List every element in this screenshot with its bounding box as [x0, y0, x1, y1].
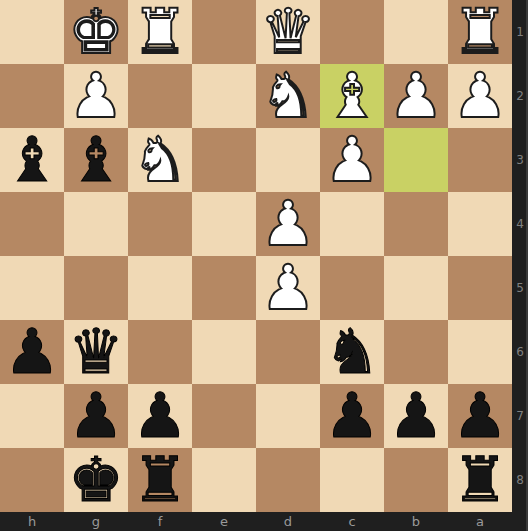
rank-label-1: 1: [512, 0, 528, 64]
square-e8[interactable]: [192, 448, 256, 512]
square-c6[interactable]: ♞: [320, 320, 384, 384]
black-pawn[interactable]: ♟: [132, 384, 188, 448]
black-queen[interactable]: ♛: [68, 320, 124, 384]
square-e7[interactable]: [192, 384, 256, 448]
file-label-d: d: [256, 512, 320, 531]
square-h7[interactable]: [0, 384, 64, 448]
square-c5[interactable]: [320, 256, 384, 320]
square-b4[interactable]: [384, 192, 448, 256]
board-frame: ♚♜♛♜♟♞♝♟♟♝♝♞♟♟♟♟♛♞♟♟♟♟♟♚♜♜ 12345678 hgfe…: [0, 0, 528, 531]
square-h1[interactable]: [0, 0, 64, 64]
square-b3[interactable]: [384, 128, 448, 192]
square-b7[interactable]: ♟: [384, 384, 448, 448]
black-pawn[interactable]: ♟: [388, 384, 444, 448]
square-c1[interactable]: [320, 0, 384, 64]
square-a1[interactable]: ♜: [448, 0, 512, 64]
square-e3[interactable]: [192, 128, 256, 192]
rank-coordinates: 12345678: [512, 0, 528, 512]
square-b6[interactable]: [384, 320, 448, 384]
square-h5[interactable]: [0, 256, 64, 320]
black-rook[interactable]: ♜: [132, 448, 188, 512]
square-c8[interactable]: [320, 448, 384, 512]
square-b1[interactable]: [384, 0, 448, 64]
square-e4[interactable]: [192, 192, 256, 256]
square-g3[interactable]: ♝: [64, 128, 128, 192]
square-a6[interactable]: [448, 320, 512, 384]
square-f2[interactable]: [128, 64, 192, 128]
square-g7[interactable]: ♟: [64, 384, 128, 448]
square-g8[interactable]: ♚: [64, 448, 128, 512]
square-h3[interactable]: ♝: [0, 128, 64, 192]
white-queen[interactable]: ♛: [260, 0, 316, 64]
square-e1[interactable]: [192, 0, 256, 64]
black-rook[interactable]: ♜: [452, 448, 508, 512]
black-bishop[interactable]: ♝: [4, 128, 60, 192]
square-f6[interactable]: [128, 320, 192, 384]
square-d1[interactable]: ♛: [256, 0, 320, 64]
square-f3[interactable]: ♞: [128, 128, 192, 192]
square-d8[interactable]: [256, 448, 320, 512]
white-pawn[interactable]: ♟: [68, 64, 124, 128]
square-g5[interactable]: [64, 256, 128, 320]
square-a8[interactable]: ♜: [448, 448, 512, 512]
square-f5[interactable]: [128, 256, 192, 320]
square-d3[interactable]: [256, 128, 320, 192]
square-a2[interactable]: ♟: [448, 64, 512, 128]
square-g4[interactable]: [64, 192, 128, 256]
square-h6[interactable]: ♟: [0, 320, 64, 384]
square-c4[interactable]: [320, 192, 384, 256]
square-d6[interactable]: [256, 320, 320, 384]
rank-label-5: 5: [512, 256, 528, 320]
white-pawn[interactable]: ♟: [452, 64, 508, 128]
square-f1[interactable]: ♜: [128, 0, 192, 64]
white-king[interactable]: ♚: [68, 0, 124, 64]
rank-label-4: 4: [512, 192, 528, 256]
square-d7[interactable]: [256, 384, 320, 448]
square-d4[interactable]: ♟: [256, 192, 320, 256]
square-e2[interactable]: [192, 64, 256, 128]
square-d5[interactable]: ♟: [256, 256, 320, 320]
white-pawn[interactable]: ♟: [324, 128, 380, 192]
file-label-b: b: [384, 512, 448, 531]
square-g2[interactable]: ♟: [64, 64, 128, 128]
square-c7[interactable]: ♟: [320, 384, 384, 448]
white-pawn[interactable]: ♟: [260, 192, 316, 256]
black-king[interactable]: ♚: [68, 448, 124, 512]
black-pawn[interactable]: ♟: [324, 384, 380, 448]
rank-label-7: 7: [512, 384, 528, 448]
square-a3[interactable]: [448, 128, 512, 192]
white-rook[interactable]: ♜: [452, 0, 508, 64]
file-label-g: g: [64, 512, 128, 531]
square-b2[interactable]: ♟: [384, 64, 448, 128]
square-a5[interactable]: [448, 256, 512, 320]
square-c3[interactable]: ♟: [320, 128, 384, 192]
rank-label-6: 6: [512, 320, 528, 384]
square-e5[interactable]: [192, 256, 256, 320]
file-label-c: c: [320, 512, 384, 531]
file-label-a: a: [448, 512, 512, 531]
rank-label-8: 8: [512, 448, 528, 512]
square-f8[interactable]: ♜: [128, 448, 192, 512]
black-bishop[interactable]: ♝: [68, 128, 124, 192]
square-d2[interactable]: ♞: [256, 64, 320, 128]
file-label-f: f: [128, 512, 192, 531]
black-knight[interactable]: ♞: [324, 320, 380, 384]
square-f7[interactable]: ♟: [128, 384, 192, 448]
chess-board: ♚♜♛♜♟♞♝♟♟♝♝♞♟♟♟♟♛♞♟♟♟♟♟♚♜♜: [0, 0, 512, 512]
black-pawn[interactable]: ♟: [4, 320, 60, 384]
black-pawn[interactable]: ♟: [68, 384, 124, 448]
file-label-h: h: [0, 512, 64, 531]
square-h4[interactable]: [0, 192, 64, 256]
white-knight[interactable]: ♞: [132, 128, 188, 192]
white-pawn[interactable]: ♟: [388, 64, 444, 128]
square-a4[interactable]: [448, 192, 512, 256]
white-rook[interactable]: ♜: [132, 0, 188, 64]
square-h8[interactable]: [0, 448, 64, 512]
frame-corner: [512, 512, 528, 531]
square-g1[interactable]: ♚: [64, 0, 128, 64]
file-coordinates: hgfedcba: [0, 512, 512, 531]
square-b5[interactable]: [384, 256, 448, 320]
square-e6[interactable]: [192, 320, 256, 384]
square-b8[interactable]: [384, 448, 448, 512]
white-bishop[interactable]: ♝: [324, 64, 380, 128]
white-knight[interactable]: ♞: [260, 64, 316, 128]
rank-label-2: 2: [512, 64, 528, 128]
square-c2[interactable]: ♝: [320, 64, 384, 128]
square-h2[interactable]: [0, 64, 64, 128]
square-a7[interactable]: ♟: [448, 384, 512, 448]
black-pawn[interactable]: ♟: [452, 384, 508, 448]
file-label-e: e: [192, 512, 256, 531]
square-g6[interactable]: ♛: [64, 320, 128, 384]
rank-label-3: 3: [512, 128, 528, 192]
white-pawn[interactable]: ♟: [260, 256, 316, 320]
square-f4[interactable]: [128, 192, 192, 256]
